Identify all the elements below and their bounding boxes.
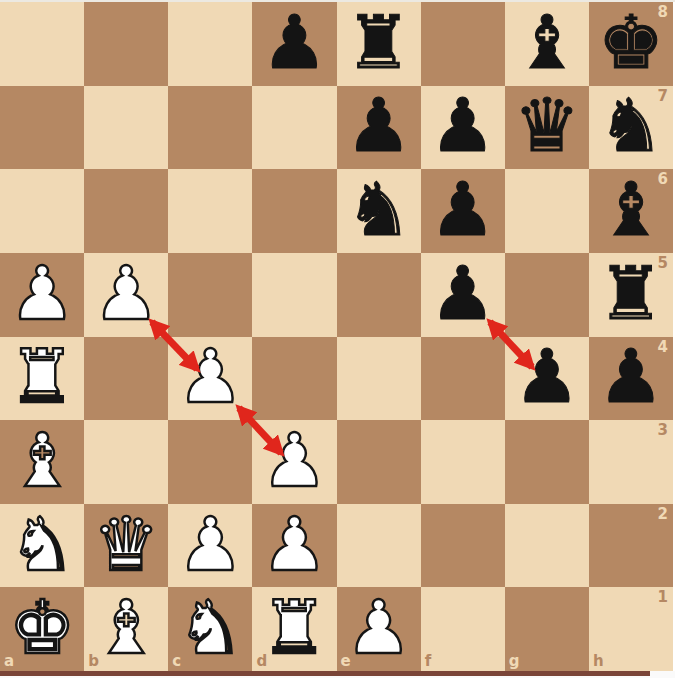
square-f3[interactable] <box>421 420 505 504</box>
square-d5[interactable] <box>252 253 336 337</box>
square-g4[interactable]: ♟ <box>505 337 589 421</box>
square-c2[interactable]: ♟ <box>168 504 252 588</box>
square-b3[interactable] <box>84 420 168 504</box>
piece-black-pawn[interactable]: ♟ <box>430 88 496 162</box>
square-c4[interactable]: ♟ <box>168 337 252 421</box>
square-a8[interactable] <box>0 2 84 86</box>
square-c7[interactable] <box>168 86 252 170</box>
square-a2[interactable]: ♞ <box>0 504 84 588</box>
square-b2[interactable]: ♛ <box>84 504 168 588</box>
piece-black-pawn[interactable]: ♟ <box>430 256 496 330</box>
rank-label-2: 2 <box>658 507 668 522</box>
piece-black-rook[interactable]: ♜ <box>345 5 411 79</box>
square-g3[interactable] <box>505 420 589 504</box>
square-d4[interactable] <box>252 337 336 421</box>
piece-white-pawn[interactable]: ♟ <box>345 590 411 664</box>
piece-black-knight[interactable]: ♞ <box>345 172 411 246</box>
file-label-f: f <box>425 654 432 669</box>
piece-white-pawn[interactable]: ♟ <box>261 507 327 581</box>
square-c3[interactable] <box>168 420 252 504</box>
square-c5[interactable] <box>168 253 252 337</box>
square-h2[interactable]: 2 <box>589 504 673 588</box>
square-b7[interactable] <box>84 86 168 170</box>
square-b6[interactable] <box>84 169 168 253</box>
square-f7[interactable]: ♟ <box>421 86 505 170</box>
square-a6[interactable] <box>0 169 84 253</box>
piece-black-king[interactable]: ♚ <box>598 5 664 79</box>
square-h5[interactable]: ♜5 <box>589 253 673 337</box>
piece-white-knight[interactable]: ♞ <box>9 507 75 581</box>
piece-black-bishop[interactable]: ♝ <box>514 5 580 79</box>
square-d3[interactable]: ♟ <box>252 420 336 504</box>
chess-app-screenshot: ♟♜♝♚8♟♟♛♞7♞♟♝6♟♟♟♜5♜♟♟♟4♝♟3♞♛♟♟2♚a♝b♞c♜d… <box>0 0 675 678</box>
square-f1[interactable]: f <box>421 587 505 671</box>
square-g6[interactable] <box>505 169 589 253</box>
square-e2[interactable] <box>337 504 421 588</box>
square-e4[interactable] <box>337 337 421 421</box>
piece-black-pawn[interactable]: ♟ <box>430 172 496 246</box>
piece-white-pawn[interactable]: ♟ <box>177 507 243 581</box>
square-a7[interactable] <box>0 86 84 170</box>
square-e3[interactable] <box>337 420 421 504</box>
piece-black-pawn[interactable]: ♟ <box>345 88 411 162</box>
piece-black-rook[interactable]: ♜ <box>598 256 664 330</box>
chess-board-grid: ♟♜♝♚8♟♟♛♞7♞♟♝6♟♟♟♜5♜♟♟♟4♝♟3♞♛♟♟2♚a♝b♞c♜d… <box>0 2 673 671</box>
square-h4[interactable]: ♟4 <box>589 337 673 421</box>
square-g8[interactable]: ♝ <box>505 2 589 86</box>
piece-white-knight[interactable]: ♞ <box>177 590 243 664</box>
square-b8[interactable] <box>84 2 168 86</box>
file-label-g: g <box>509 654 520 669</box>
piece-white-bishop[interactable]: ♝ <box>93 590 159 664</box>
piece-black-pawn[interactable]: ♟ <box>514 339 580 413</box>
square-e1[interactable]: ♟e <box>337 587 421 671</box>
square-d6[interactable] <box>252 169 336 253</box>
square-f2[interactable] <box>421 504 505 588</box>
piece-white-queen[interactable]: ♛ <box>93 507 159 581</box>
square-e6[interactable]: ♞ <box>337 169 421 253</box>
square-h1[interactable]: 1h <box>589 587 673 671</box>
piece-white-pawn[interactable]: ♟ <box>261 423 327 497</box>
rank-label-1: 1 <box>658 590 668 605</box>
piece-black-bishop[interactable]: ♝ <box>598 172 664 246</box>
square-c6[interactable] <box>168 169 252 253</box>
square-e5[interactable] <box>337 253 421 337</box>
square-f4[interactable] <box>421 337 505 421</box>
square-h3[interactable]: 3 <box>589 420 673 504</box>
piece-white-pawn[interactable]: ♟ <box>9 256 75 330</box>
bottom-edge-area <box>0 671 675 678</box>
square-a1[interactable]: ♚a <box>0 587 84 671</box>
square-c8[interactable] <box>168 2 252 86</box>
piece-black-pawn[interactable]: ♟ <box>598 339 664 413</box>
square-g1[interactable]: g <box>505 587 589 671</box>
bottom-toolbar-strip <box>0 671 650 676</box>
square-f6[interactable]: ♟ <box>421 169 505 253</box>
square-g2[interactable] <box>505 504 589 588</box>
rank-label-3: 3 <box>658 423 668 438</box>
square-d2[interactable]: ♟ <box>252 504 336 588</box>
square-b5[interactable]: ♟ <box>84 253 168 337</box>
square-g7[interactable]: ♛ <box>505 86 589 170</box>
square-a3[interactable]: ♝ <box>0 420 84 504</box>
file-label-h: h <box>593 654 604 669</box>
square-b4[interactable] <box>84 337 168 421</box>
square-e8[interactable]: ♜ <box>337 2 421 86</box>
square-d7[interactable] <box>252 86 336 170</box>
square-a5[interactable]: ♟ <box>0 253 84 337</box>
piece-white-rook[interactable]: ♜ <box>261 590 327 664</box>
square-d1[interactable]: ♜d <box>252 587 336 671</box>
piece-white-rook[interactable]: ♜ <box>9 339 75 413</box>
square-e7[interactable]: ♟ <box>337 86 421 170</box>
piece-black-pawn[interactable]: ♟ <box>261 5 327 79</box>
piece-white-pawn[interactable]: ♟ <box>177 339 243 413</box>
square-c1[interactable]: ♞c <box>168 587 252 671</box>
square-h8[interactable]: ♚8 <box>589 2 673 86</box>
square-h6[interactable]: ♝6 <box>589 169 673 253</box>
piece-black-knight[interactable]: ♞ <box>598 88 664 162</box>
piece-white-king[interactable]: ♚ <box>9 590 75 664</box>
chess-board: ♟♜♝♚8♟♟♛♞7♞♟♝6♟♟♟♜5♜♟♟♟4♝♟3♞♛♟♟2♚a♝b♞c♜d… <box>0 2 673 671</box>
square-d8[interactable]: ♟ <box>252 2 336 86</box>
piece-black-queen[interactable]: ♛ <box>514 88 580 162</box>
piece-white-bishop[interactable]: ♝ <box>9 423 75 497</box>
square-h7[interactable]: ♞7 <box>589 86 673 170</box>
square-f5[interactable]: ♟ <box>421 253 505 337</box>
square-g5[interactable] <box>505 253 589 337</box>
square-a4[interactable]: ♜ <box>0 337 84 421</box>
square-b1[interactable]: ♝b <box>84 587 168 671</box>
square-f8[interactable] <box>421 2 505 86</box>
piece-white-pawn[interactable]: ♟ <box>93 256 159 330</box>
